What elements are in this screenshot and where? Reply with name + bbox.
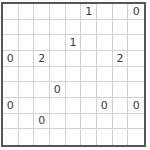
cell-r3c2[interactable] — [19, 35, 35, 51]
slitherlink-board: 10102200000 — [1, 2, 146, 147]
cell-r8c7[interactable] — [97, 114, 113, 130]
cell-r5c7[interactable] — [97, 67, 113, 83]
cell-r3c1[interactable] — [3, 35, 19, 51]
cell-r5c8[interactable] — [113, 67, 129, 83]
cell-r1c3[interactable] — [34, 4, 50, 20]
cell-r1c4[interactable] — [50, 4, 66, 20]
cell-r5c4[interactable] — [50, 67, 66, 83]
cell-r8c8[interactable] — [113, 114, 129, 130]
cell-r8c9[interactable] — [128, 114, 144, 130]
cell-r9c4[interactable] — [50, 129, 66, 145]
cell-r8c5[interactable] — [66, 114, 82, 130]
cell-r6c9[interactable] — [128, 82, 144, 98]
cell-r6c5[interactable] — [66, 82, 82, 98]
cell-r2c5[interactable] — [66, 20, 82, 36]
cell-r7c2[interactable] — [19, 98, 35, 114]
cell-r6c1[interactable] — [3, 82, 19, 98]
cell-r5c2[interactable] — [19, 67, 35, 83]
cell-r6c8[interactable] — [113, 82, 129, 98]
cell-r1c9[interactable]: 0 — [128, 4, 144, 20]
cell-r4c2[interactable] — [19, 51, 35, 67]
cell-r2c9[interactable] — [128, 20, 144, 36]
cell-r6c3[interactable] — [34, 82, 50, 98]
cell-r6c4[interactable]: 0 — [50, 82, 66, 98]
cell-r6c6[interactable] — [81, 82, 97, 98]
cell-r2c1[interactable] — [3, 20, 19, 36]
cell-r2c6[interactable] — [81, 20, 97, 36]
cell-r1c1[interactable] — [3, 4, 19, 20]
puzzle-canvas: 10102200000 — [0, 0, 150, 150]
cell-r1c2[interactable] — [19, 4, 35, 20]
cell-r5c1[interactable] — [3, 67, 19, 83]
cell-r9c7[interactable] — [97, 129, 113, 145]
cell-r9c9[interactable] — [128, 129, 144, 145]
cell-r1c7[interactable] — [97, 4, 113, 20]
cell-r7c7[interactable]: 0 — [97, 98, 113, 114]
cell-r4c9[interactable] — [128, 51, 144, 67]
cell-r7c1[interactable]: 0 — [3, 98, 19, 114]
cell-r8c3[interactable]: 0 — [34, 114, 50, 130]
cell-r3c3[interactable] — [34, 35, 50, 51]
cell-r2c3[interactable] — [34, 20, 50, 36]
cell-r1c6[interactable]: 1 — [81, 4, 97, 20]
cell-r7c8[interactable] — [113, 98, 129, 114]
cell-r3c4[interactable] — [50, 35, 66, 51]
cell-r9c3[interactable] — [34, 129, 50, 145]
cell-r3c8[interactable] — [113, 35, 129, 51]
cell-r3c9[interactable] — [128, 35, 144, 51]
cell-r6c2[interactable] — [19, 82, 35, 98]
cell-r4c8[interactable]: 2 — [113, 51, 129, 67]
cell-r8c2[interactable] — [19, 114, 35, 130]
cell-r1c8[interactable] — [113, 4, 129, 20]
cell-r4c7[interactable] — [97, 51, 113, 67]
cell-r7c4[interactable] — [50, 98, 66, 114]
cell-r7c6[interactable] — [81, 98, 97, 114]
cell-r9c1[interactable] — [3, 129, 19, 145]
cell-r5c9[interactable] — [128, 67, 144, 83]
cell-r8c6[interactable] — [81, 114, 97, 130]
cell-r4c5[interactable] — [66, 51, 82, 67]
cell-r9c8[interactable] — [113, 129, 129, 145]
cell-r7c5[interactable] — [66, 98, 82, 114]
cell-r1c5[interactable] — [66, 4, 82, 20]
cell-r4c1[interactable]: 0 — [3, 51, 19, 67]
cell-r2c4[interactable] — [50, 20, 66, 36]
cell-r7c3[interactable] — [34, 98, 50, 114]
cell-r5c3[interactable] — [34, 67, 50, 83]
cell-r4c6[interactable] — [81, 51, 97, 67]
cell-r6c7[interactable] — [97, 82, 113, 98]
cell-r3c5[interactable]: 1 — [66, 35, 82, 51]
cell-r2c8[interactable] — [113, 20, 129, 36]
cell-r2c7[interactable] — [97, 20, 113, 36]
cell-r3c7[interactable] — [97, 35, 113, 51]
cell-r4c3[interactable]: 2 — [34, 51, 50, 67]
cell-r3c6[interactable] — [81, 35, 97, 51]
cell-r9c2[interactable] — [19, 129, 35, 145]
cell-r5c6[interactable] — [81, 67, 97, 83]
cell-r8c4[interactable] — [50, 114, 66, 130]
cell-r2c2[interactable] — [19, 20, 35, 36]
cell-r5c5[interactable] — [66, 67, 82, 83]
cell-r9c6[interactable] — [81, 129, 97, 145]
cell-r9c5[interactable] — [66, 129, 82, 145]
cell-r8c1[interactable] — [3, 114, 19, 130]
cell-r4c4[interactable] — [50, 51, 66, 67]
cell-r7c9[interactable]: 0 — [128, 98, 144, 114]
